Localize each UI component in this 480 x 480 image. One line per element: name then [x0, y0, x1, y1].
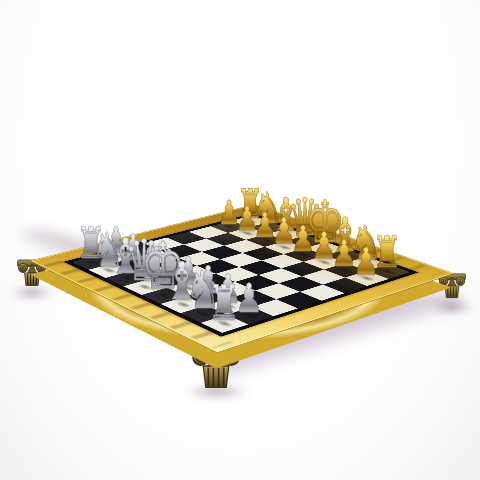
chess-board [29, 204, 455, 353]
product-photo: ♜♞♝♛♚♝♞♜♟♟♟♟♟♟♟♟♟♟♟♟♟♟♟♟♜♞♝♛♚♝♞♜ [0, 0, 480, 480]
